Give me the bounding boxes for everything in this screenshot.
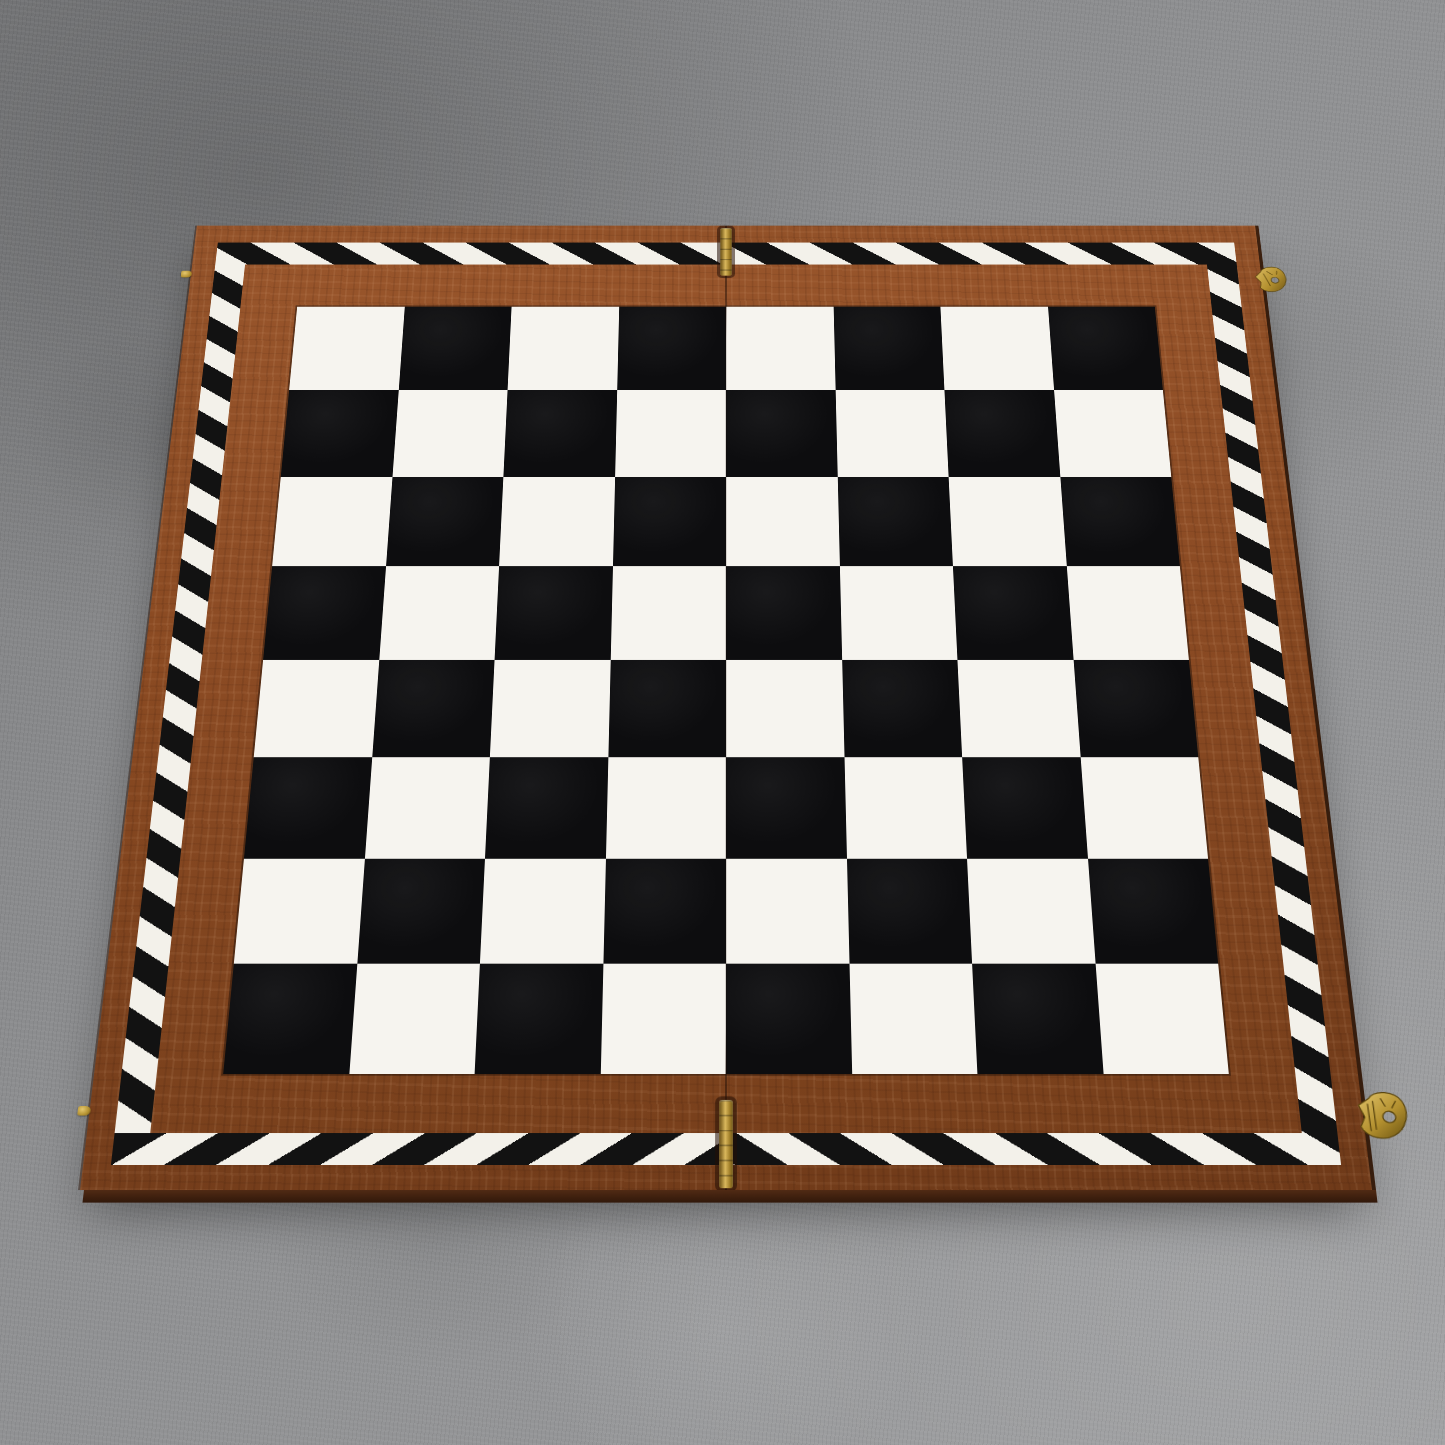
square-d5 [610, 566, 726, 659]
square-g6 [949, 477, 1067, 567]
square-a2 [234, 858, 365, 964]
square-b4 [372, 660, 495, 757]
square-a3 [244, 757, 372, 858]
square-h7 [1054, 390, 1172, 477]
bottom-right-clasp-icon [1357, 1087, 1409, 1146]
square-g1 [972, 964, 1103, 1074]
square-b2 [357, 858, 485, 964]
square-e5 [726, 566, 842, 659]
square-e1 [726, 964, 852, 1074]
board-side-edge [82, 1190, 1377, 1203]
square-f1 [849, 964, 977, 1074]
top-left-pin-icon [181, 271, 193, 278]
carpet-background [0, 0, 1445, 1445]
square-d4 [608, 660, 726, 757]
bottom-left-pin-icon [77, 1106, 91, 1116]
square-b8 [398, 307, 511, 390]
striped-inlay-border-mirrored [111, 1133, 726, 1165]
square-f4 [842, 660, 962, 757]
square-h3 [1080, 757, 1208, 858]
square-c4 [490, 660, 610, 757]
square-a7 [281, 390, 399, 477]
square-d1 [600, 964, 726, 1074]
square-h4 [1073, 660, 1198, 757]
square-c7 [503, 390, 616, 477]
square-c8 [508, 307, 619, 390]
square-g5 [953, 566, 1073, 659]
square-h1 [1095, 964, 1229, 1074]
square-a8 [289, 307, 404, 390]
top-right-clasp-icon [1251, 264, 1292, 296]
square-b1 [349, 964, 480, 1074]
square-f2 [847, 858, 973, 964]
square-d3 [605, 757, 726, 858]
square-e2 [726, 858, 849, 964]
square-h5 [1066, 566, 1188, 659]
square-h2 [1088, 858, 1219, 964]
square-g3 [962, 757, 1087, 858]
square-g8 [940, 307, 1053, 390]
square-d8 [617, 307, 726, 390]
square-e7 [726, 390, 837, 477]
square-f7 [835, 390, 948, 477]
top-hinge-icon [720, 228, 732, 276]
square-e4 [726, 660, 844, 757]
square-c6 [499, 477, 615, 567]
square-g7 [944, 390, 1059, 477]
square-c2 [480, 858, 606, 964]
square-a1 [223, 964, 357, 1074]
square-b7 [392, 390, 507, 477]
square-c3 [485, 757, 608, 858]
square-a6 [272, 477, 392, 567]
square-d2 [603, 858, 726, 964]
square-b6 [386, 477, 504, 567]
square-c1 [475, 964, 603, 1074]
playing-field [223, 307, 1229, 1074]
square-e6 [726, 477, 839, 567]
board-perspective-wrapper [80, 226, 1372, 1190]
square-f5 [839, 566, 957, 659]
square-e8 [726, 307, 835, 390]
bottom-hinge-icon [719, 1100, 733, 1188]
square-d6 [613, 477, 726, 567]
square-f8 [833, 307, 944, 390]
square-g2 [967, 858, 1095, 964]
square-a5 [263, 566, 385, 659]
square-b3 [364, 757, 489, 858]
square-b5 [379, 566, 499, 659]
square-c5 [495, 566, 613, 659]
square-a4 [254, 660, 379, 757]
square-h6 [1060, 477, 1180, 567]
square-h8 [1048, 307, 1163, 390]
square-e3 [726, 757, 847, 858]
chess-board [80, 226, 1372, 1190]
square-f3 [844, 757, 967, 858]
square-f6 [837, 477, 953, 567]
square-d7 [615, 390, 726, 477]
square-g4 [957, 660, 1080, 757]
